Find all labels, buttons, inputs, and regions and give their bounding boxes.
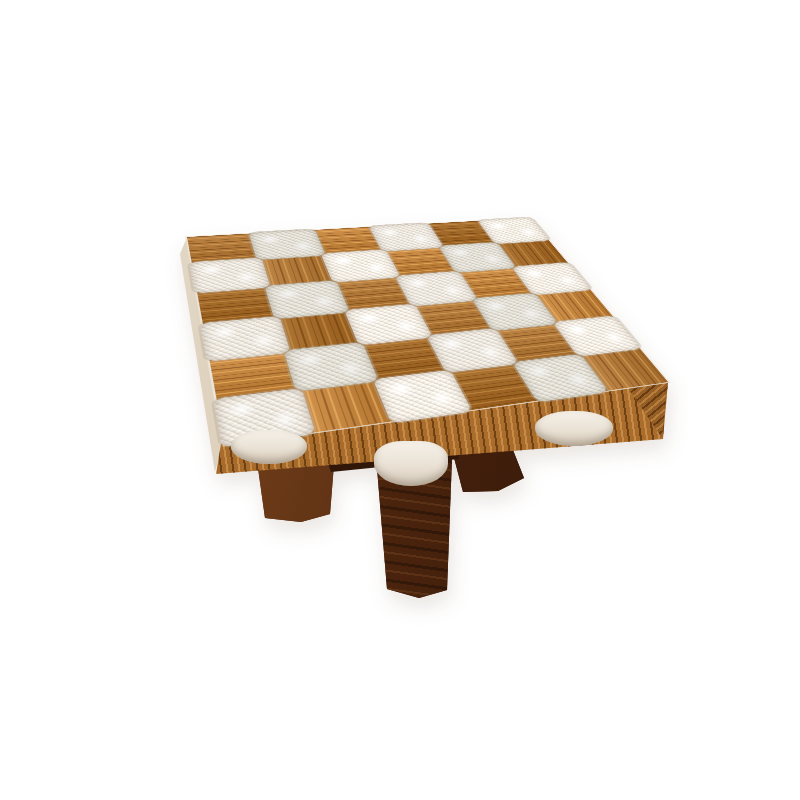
resin-square xyxy=(265,280,351,319)
product-photo xyxy=(0,0,800,800)
resin-square xyxy=(249,229,326,260)
resin-overflow-left xyxy=(231,430,307,464)
miniature-chess-table xyxy=(0,0,800,800)
resin-overflow-center xyxy=(374,441,448,486)
resin-square xyxy=(189,258,271,294)
resin-overflow-right xyxy=(535,411,613,446)
resin-square xyxy=(320,249,400,282)
